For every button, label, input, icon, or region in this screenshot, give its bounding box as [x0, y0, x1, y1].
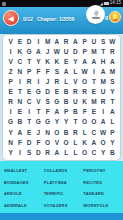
grid-cell[interactable]: L — [62, 77, 71, 87]
grid-cell[interactable]: W — [80, 67, 89, 77]
grid-cell[interactable]: A — [108, 57, 117, 67]
grid-cell[interactable]: B — [15, 118, 24, 128]
grid-cell[interactable]: S — [43, 97, 52, 107]
grid-cell[interactable]: M — [43, 37, 52, 47]
word-list-item: ADMIRALS — [4, 200, 42, 212]
grid-cell[interactable]: Y — [108, 87, 117, 97]
grid-cell[interactable]: Y — [62, 118, 71, 128]
grid-cell[interactable]: W — [52, 47, 61, 57]
word-list-item: BONDAGES — [4, 177, 42, 189]
found-words-counter: 0/12 — [23, 16, 33, 22]
grid-cell[interactable]: T — [25, 57, 34, 67]
grid-cell[interactable]: U — [99, 87, 108, 97]
grid-cell[interactable]: U — [71, 97, 80, 107]
grid-cell[interactable]: F — [15, 138, 24, 148]
grid-cell[interactable]: W — [99, 128, 108, 138]
word-list: SMALLESTCOLLARDSPERIGYNYBONDAGESPLATYSMA… — [4, 165, 121, 211]
grid-cell[interactable]: J — [43, 77, 52, 87]
grid-cell[interactable]: L — [71, 148, 80, 158]
grid-cell[interactable]: D — [43, 87, 52, 97]
grid-cell[interactable]: R — [25, 77, 34, 87]
hint-counter: 0 — [105, 15, 108, 21]
grid-cell[interactable]: S — [108, 77, 117, 87]
grid-cell[interactable]: L — [71, 138, 80, 148]
grid-cell[interactable]: W — [108, 37, 117, 47]
grid-cell[interactable]: Y — [71, 57, 80, 67]
grid-cell[interactable]: L — [71, 67, 80, 77]
grid-cell[interactable]: P — [80, 47, 89, 57]
lightbulb-base — [114, 19, 117, 21]
grid-cell[interactable]: E — [15, 37, 24, 47]
grid-cell[interactable]: F — [43, 108, 52, 118]
ship-badge[interactable] — [86, 5, 105, 24]
grid-cell[interactable]: V — [52, 138, 61, 148]
grid-cell[interactable]: R — [108, 47, 117, 57]
grid-cell[interactable]: G — [34, 87, 43, 97]
grid-cell[interactable]: R — [6, 97, 15, 107]
letter-grid[interactable]: VEDIMARAPUSWIKGAJWUDPMTRVCTYKKEYAAHAZNPF… — [6, 37, 117, 158]
grid-cell[interactable]: T — [99, 47, 108, 57]
grid-cell[interactable]: L — [62, 148, 71, 158]
grid-cell[interactable]: A — [62, 67, 71, 77]
grid-cell[interactable]: B — [108, 148, 117, 158]
grid-cell[interactable]: C — [25, 97, 34, 107]
grid-cell[interactable]: A — [52, 37, 61, 47]
word-list-item: TERRIFIC — [44, 188, 82, 200]
grid-cell[interactable]: A — [52, 108, 61, 118]
grid-cell[interactable]: E — [15, 108, 24, 118]
grid-cell[interactable]: V — [6, 37, 15, 47]
word-list-item: COLLARDS — [44, 165, 82, 177]
grid-cell[interactable]: M — [99, 77, 108, 87]
grid-cell[interactable]: B — [62, 87, 71, 97]
word-list-item: PLATYSMA — [44, 177, 82, 189]
grid-cell[interactable]: P — [108, 128, 117, 138]
grid-cell[interactable]: I — [25, 108, 34, 118]
grid-cell[interactable]: R — [52, 77, 61, 87]
grid-cell[interactable]: K — [43, 57, 52, 67]
grid-cell[interactable]: T — [25, 118, 34, 128]
word-list-item: SMALLEST — [4, 165, 42, 177]
grid-cell[interactable]: O — [80, 77, 89, 87]
word-list-item: PERIGYNY — [83, 165, 121, 177]
grid-cell[interactable]: M — [108, 67, 117, 77]
grid-cell[interactable]: O — [43, 138, 52, 148]
back-arrow-icon: ◀ — [8, 15, 13, 22]
grid-cell[interactable]: S — [52, 67, 61, 77]
battery-icon — [104, 2, 109, 6]
grid-cell[interactable]: I — [34, 77, 43, 87]
grid-cell[interactable]: T — [34, 108, 43, 118]
grid-cell[interactable]: S — [25, 148, 34, 158]
grid-cell[interactable]: V — [6, 57, 15, 67]
grid-cell[interactable]: I — [99, 108, 108, 118]
grid-cell[interactable]: F — [34, 67, 43, 77]
status-bar: ◢ 14:15 — [0, 0, 123, 7]
grid-cell[interactable]: H — [99, 57, 108, 67]
grid-cell[interactable]: O — [89, 118, 98, 128]
grid-cell[interactable]: V — [34, 97, 43, 107]
grid-cell[interactable]: G — [6, 118, 15, 128]
grid-cell[interactable]: L — [108, 118, 117, 128]
puzzle-card: VEDIMARAPUSWIKGAJWUDPMTRVCTYKKEYAAHAZNPF… — [2, 34, 121, 161]
grid-cell[interactable]: A — [71, 37, 80, 47]
status-time: 14:15 — [110, 1, 121, 6]
grid-cell[interactable]: K — [52, 57, 61, 67]
grid-cell[interactable]: D — [34, 148, 43, 158]
grid-cell[interactable]: C — [15, 57, 24, 67]
grid-cell[interactable]: T — [108, 97, 117, 107]
grid-cell[interactable]: T — [71, 118, 80, 128]
word-list-item: TANKARD — [83, 188, 121, 200]
back-button[interactable]: ◀ — [3, 10, 19, 26]
grid-cell[interactable]: T — [15, 87, 24, 97]
grid-cell[interactable]: K — [15, 47, 24, 57]
grid-cell[interactable]: P — [6, 77, 15, 87]
grid-cell[interactable]: G — [52, 97, 61, 107]
grid-cell[interactable]: M — [89, 97, 98, 107]
grid-cell[interactable]: E — [62, 57, 71, 67]
grid-cell[interactable]: Y — [6, 148, 15, 158]
grid-cell[interactable]: I — [34, 37, 43, 47]
grid-cell[interactable]: J — [43, 47, 52, 57]
grid-cell[interactable]: E — [89, 108, 98, 118]
bottom-bar — [0, 213, 123, 220]
grid-cell[interactable]: L — [80, 128, 89, 138]
grid-cell[interactable]: R — [80, 87, 89, 97]
chapter-label: Chapter: 1/3558 — [37, 16, 74, 22]
grid-cell[interactable]: N — [43, 128, 52, 138]
grid-cell[interactable]: I — [6, 108, 15, 118]
grid-cell[interactable]: J — [34, 128, 43, 138]
grid-cell[interactable]: I — [89, 67, 98, 77]
grid-cell[interactable]: B — [62, 128, 71, 138]
lightbulb-icon — [113, 13, 118, 19]
grid-cell[interactable]: G — [43, 118, 52, 128]
grid-cell[interactable]: R — [71, 87, 80, 97]
grid-cell[interactable]: E — [52, 87, 61, 97]
grid-cell[interactable]: S — [99, 37, 108, 47]
grid-cell[interactable]: U — [89, 37, 98, 47]
grid-cell[interactable]: N — [6, 138, 15, 148]
grid-cell[interactable]: I — [6, 47, 15, 57]
grid-cell[interactable]: F — [34, 138, 43, 148]
grid-cell[interactable]: A — [52, 148, 61, 158]
grid-cell[interactable]: Y — [108, 138, 117, 148]
grid-cell[interactable]: A — [80, 57, 89, 67]
grid-cell[interactable]: D — [25, 37, 34, 47]
grid-cell[interactable]: A — [89, 138, 98, 148]
grid-cell[interactable]: Y — [34, 57, 43, 67]
grid-cell[interactable]: M — [89, 47, 98, 57]
grid-cell[interactable]: T — [89, 77, 98, 87]
grid-cell[interactable]: N — [15, 67, 24, 77]
grid-cell[interactable]: O — [80, 148, 89, 158]
grid-cell[interactable]: A — [99, 67, 108, 77]
grid-cell[interactable]: E — [89, 87, 98, 97]
grid-cell[interactable]: D — [25, 138, 34, 148]
grid-cell[interactable]: P — [62, 108, 71, 118]
grid-cell[interactable]: E — [25, 128, 34, 138]
grid-cell[interactable]: O — [99, 138, 108, 148]
grid-cell[interactable]: C — [89, 148, 98, 158]
grid-cell[interactable]: N — [15, 97, 24, 107]
word-list-item: AREOLE — [4, 188, 42, 200]
grid-cell[interactable]: F — [80, 108, 89, 118]
word-list-item: RECITED — [83, 177, 121, 189]
grid-cell[interactable]: R — [62, 37, 71, 47]
grid-cell[interactable]: O — [80, 118, 89, 128]
grid-cell[interactable]: K — [80, 97, 89, 107]
grid-cell[interactable]: U — [62, 47, 71, 57]
grid-cell[interactable]: O — [52, 128, 61, 138]
word-list-item: VOYAGERS — [44, 200, 82, 212]
word-list-item: WORKFOLK — [83, 200, 121, 212]
grid-cell[interactable]: G — [34, 118, 43, 128]
grid-cell[interactable]: V — [71, 77, 80, 87]
grid-cell[interactable]: D — [71, 47, 80, 57]
grid-cell[interactable]: A — [99, 118, 108, 128]
grid-cell[interactable]: K — [80, 138, 89, 148]
grid-cell[interactable]: R — [99, 97, 108, 107]
word-panel: SMALLESTCOLLARDSPERIGYNYBONDAGESPLATYSMA… — [0, 161, 123, 213]
ship-icon — [90, 9, 102, 21]
grid-cell[interactable]: B — [62, 97, 71, 107]
header: ◀ 0/12 Chapter: 1/3558 0 — [0, 7, 123, 34]
grid-cell[interactable]: R — [71, 128, 80, 138]
grid-cell[interactable]: A — [108, 108, 117, 118]
notification-icon — [2, 2, 6, 6]
grid-cell[interactable]: E — [6, 87, 15, 97]
grid-cell[interactable]: Y — [52, 118, 61, 128]
signal-icon: ◢ — [100, 2, 103, 6]
grid-cell[interactable]: P — [25, 67, 34, 77]
hint-button[interactable] — [109, 11, 121, 23]
grid-cell[interactable]: B — [71, 108, 80, 118]
grid-cell[interactable]: A — [34, 47, 43, 57]
grid-cell[interactable]: R — [43, 148, 52, 158]
grid-cell[interactable]: P — [80, 37, 89, 47]
grid-cell[interactable]: A — [15, 128, 24, 138]
grid-cell[interactable]: A — [89, 57, 98, 67]
grid-cell[interactable]: E — [25, 87, 34, 97]
grid-cell[interactable]: Y — [99, 148, 108, 158]
grid-cell[interactable]: Z — [6, 67, 15, 77]
grid-cell[interactable]: C — [89, 128, 98, 138]
grid-cell[interactable]: I — [15, 77, 24, 87]
grid-cell[interactable]: F — [43, 67, 52, 77]
grid-cell[interactable]: G — [25, 47, 34, 57]
grid-cell[interactable]: I — [15, 148, 24, 158]
grid-cell[interactable]: Y — [6, 128, 15, 138]
grid-cell[interactable]: O — [62, 138, 71, 148]
